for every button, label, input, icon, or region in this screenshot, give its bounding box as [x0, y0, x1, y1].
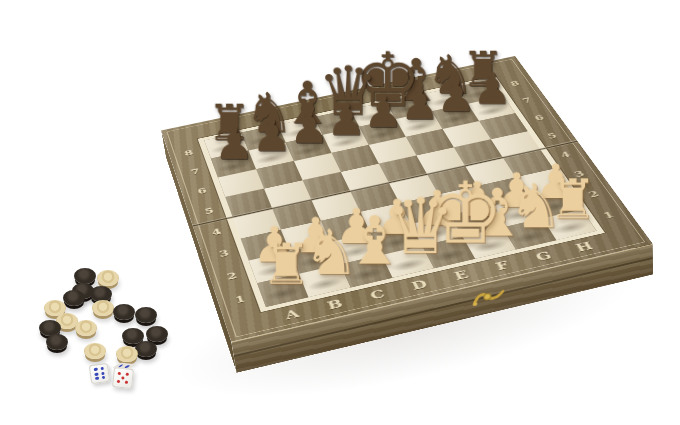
checker-light [92, 300, 114, 316]
piece-black-pawn: ♟ [289, 108, 327, 148]
piece-black-pawn: ♟ [436, 77, 474, 116]
die-pip [118, 364, 124, 367]
checker-dark [146, 326, 168, 342]
scene-3d: ♜♞♝♛♚♝♞♜♟♟♟♟♟♟♟♟♟♟♟♟♟♟♟♟♜♞♝♛♚♝♞♜ 8765432… [0, 0, 680, 425]
die-2 [112, 367, 134, 389]
checker-light [116, 346, 138, 362]
checker-dark [74, 268, 96, 284]
piece-black-pawn: ♟ [214, 124, 253, 164]
square-c5 [303, 172, 351, 200]
piece-black-pawn: ♟ [252, 116, 291, 156]
checker-dark [46, 334, 68, 350]
checker-dark [113, 304, 135, 320]
die-pip [118, 372, 122, 376]
die-pip [121, 376, 125, 380]
checker-light [84, 343, 106, 359]
checker-dark [135, 307, 157, 323]
die-pip [126, 373, 130, 377]
checker-light [97, 270, 119, 286]
die-pip [94, 368, 98, 372]
die-1 [89, 363, 110, 384]
piece-white-rook: ♜ [261, 239, 304, 290]
die-pip [95, 372, 99, 376]
die-pip [101, 371, 105, 375]
product-photo-stage: ♜♞♝♛♚♝♞♜♟♟♟♟♟♟♟♟♟♟♟♟♟♟♟♟♜♞♝♛♚♝♞♜ 8765432… [0, 0, 680, 425]
square-a1: ♜ [257, 274, 308, 307]
board-top-surface: ♜♞♝♛♚♝♞♜♟♟♟♟♟♟♟♟♟♟♟♟♟♟♟♟♜♞♝♛♚♝♞♜ 8765432… [161, 56, 652, 342]
die-pip [101, 376, 105, 380]
piece-black-pawn: ♟ [326, 100, 364, 140]
die-pip [100, 367, 104, 371]
chess-board: ♜♞♝♛♚♝♞♜♟♟♟♟♟♟♟♟♟♟♟♟♟♟♟♟♜♞♝♛♚♝♞♜ 8765432… [161, 56, 652, 342]
die-top-face [113, 363, 136, 370]
piece-black-pawn: ♟ [363, 92, 401, 131]
die-pip [125, 365, 131, 368]
checker-light [75, 320, 97, 336]
checker-dark [135, 341, 157, 357]
die-pip [125, 381, 129, 385]
piece-black-pawn: ♟ [400, 85, 438, 124]
checker-dark [63, 290, 85, 306]
die-pip [95, 376, 99, 380]
die-pip [117, 380, 121, 384]
